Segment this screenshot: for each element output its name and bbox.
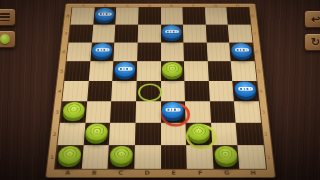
square-e1[interactable] [161, 145, 187, 169]
square-f5[interactable] [184, 61, 209, 81]
square-g6[interactable] [206, 43, 230, 62]
square-f6[interactable] [183, 43, 207, 62]
board-grid [55, 7, 266, 168]
square-e2[interactable] [161, 123, 187, 145]
green-piece-e5[interactable] [162, 62, 183, 77]
square-e7[interactable] [161, 25, 184, 43]
square-a4[interactable] [62, 81, 88, 101]
square-f1[interactable] [186, 145, 213, 169]
square-g4[interactable] [209, 81, 235, 101]
redo-button[interactable]: ↻ [304, 33, 320, 51]
move-target-ring [138, 84, 161, 101]
square-f4[interactable] [185, 81, 210, 101]
file-label-h: H [240, 169, 267, 177]
square-d3[interactable] [135, 101, 160, 122]
square-f3[interactable] [185, 101, 211, 122]
square-d2[interactable] [135, 123, 161, 145]
square-d7[interactable] [138, 25, 161, 43]
green-piece-f2[interactable] [187, 123, 210, 140]
undo-icon: ↩ [311, 14, 320, 25]
square-h3[interactable] [234, 101, 261, 122]
blue-piece-c5[interactable] [114, 62, 135, 77]
square-c7[interactable] [115, 25, 138, 43]
blue-piece-b8[interactable] [95, 8, 115, 21]
square-c1[interactable] [108, 145, 135, 169]
square-h2[interactable] [236, 123, 264, 145]
square-f7[interactable] [183, 25, 206, 43]
file-labels-bottom: ABCDEFGH [54, 169, 267, 177]
blue-piece-h4[interactable] [234, 81, 256, 96]
square-d6[interactable] [137, 43, 160, 62]
blue-piece-e7[interactable] [162, 25, 182, 39]
square-b8[interactable] [93, 7, 116, 24]
square-c4[interactable] [111, 81, 136, 101]
file-label-a: A [54, 169, 81, 177]
square-b7[interactable] [92, 25, 116, 43]
square-c3[interactable] [110, 101, 136, 122]
square-c6[interactable] [114, 43, 138, 62]
square-c5[interactable] [112, 61, 137, 81]
green-piece-g1[interactable] [214, 146, 238, 164]
square-d8[interactable] [138, 7, 161, 24]
blue-piece-b6[interactable] [92, 43, 113, 57]
square-h5[interactable] [231, 61, 257, 81]
green-piece-b2[interactable] [85, 123, 108, 140]
checkers-board: ABCDEFGH ABCDEFGH 87654321 87654321 [45, 3, 276, 178]
square-d4[interactable] [136, 81, 161, 101]
square-f8[interactable] [183, 7, 206, 24]
square-c2[interactable] [109, 123, 135, 145]
square-h8[interactable] [227, 7, 251, 24]
square-e6[interactable] [161, 43, 184, 62]
file-label-c: C [107, 169, 134, 177]
square-f2[interactable] [186, 123, 212, 145]
square-a3[interactable] [60, 101, 87, 122]
square-b4[interactable] [87, 81, 113, 101]
file-label-e: E [161, 169, 188, 177]
square-b2[interactable] [83, 123, 110, 145]
square-h6[interactable] [229, 43, 254, 62]
square-c8[interactable] [115, 7, 138, 24]
square-a6[interactable] [67, 43, 92, 62]
redo-icon: ↻ [311, 37, 320, 48]
file-label-d: D [134, 169, 161, 177]
square-g1[interactable] [212, 145, 240, 169]
hint-button[interactable] [0, 30, 16, 48]
green-piece-a3[interactable] [62, 102, 85, 118]
file-label-g: G [213, 169, 240, 177]
square-e4[interactable] [161, 81, 186, 101]
square-a7[interactable] [69, 25, 93, 43]
square-a2[interactable] [58, 123, 86, 145]
green-piece-a1[interactable] [57, 146, 81, 164]
square-b6[interactable] [90, 43, 114, 62]
square-d1[interactable] [134, 145, 160, 169]
menu-button[interactable] [0, 8, 16, 26]
square-g2[interactable] [211, 123, 238, 145]
square-b1[interactable] [81, 145, 109, 169]
square-e8[interactable] [161, 7, 184, 24]
square-b5[interactable] [88, 61, 113, 81]
square-a5[interactable] [64, 61, 90, 81]
square-h4[interactable] [233, 81, 259, 101]
square-d5[interactable] [136, 61, 160, 81]
blue-piece-e3[interactable] [162, 102, 184, 118]
square-b3[interactable] [85, 101, 111, 122]
file-label-f: F [187, 169, 214, 177]
square-e3[interactable] [161, 101, 186, 122]
square-h1[interactable] [238, 145, 266, 169]
square-a1[interactable] [55, 145, 83, 169]
board-frame: ABCDEFGH ABCDEFGH 87654321 87654321 [45, 3, 276, 178]
table-background: ABCDEFGH ABCDEFGH 87654321 87654321 ↩ ↻ [0, 0, 320, 180]
blue-piece-h6[interactable] [231, 43, 252, 57]
square-g8[interactable] [205, 7, 228, 24]
square-h7[interactable] [228, 25, 252, 43]
square-g5[interactable] [207, 61, 232, 81]
square-a8[interactable] [70, 7, 94, 24]
file-label-b: B [81, 169, 108, 177]
menu-icon [0, 13, 10, 21]
green-piece-c1[interactable] [110, 146, 133, 164]
square-g7[interactable] [206, 25, 230, 43]
square-g3[interactable] [210, 101, 236, 122]
square-e5[interactable] [161, 61, 185, 81]
undo-button[interactable]: ↩ [304, 10, 320, 28]
green-piece-icon [0, 34, 10, 44]
